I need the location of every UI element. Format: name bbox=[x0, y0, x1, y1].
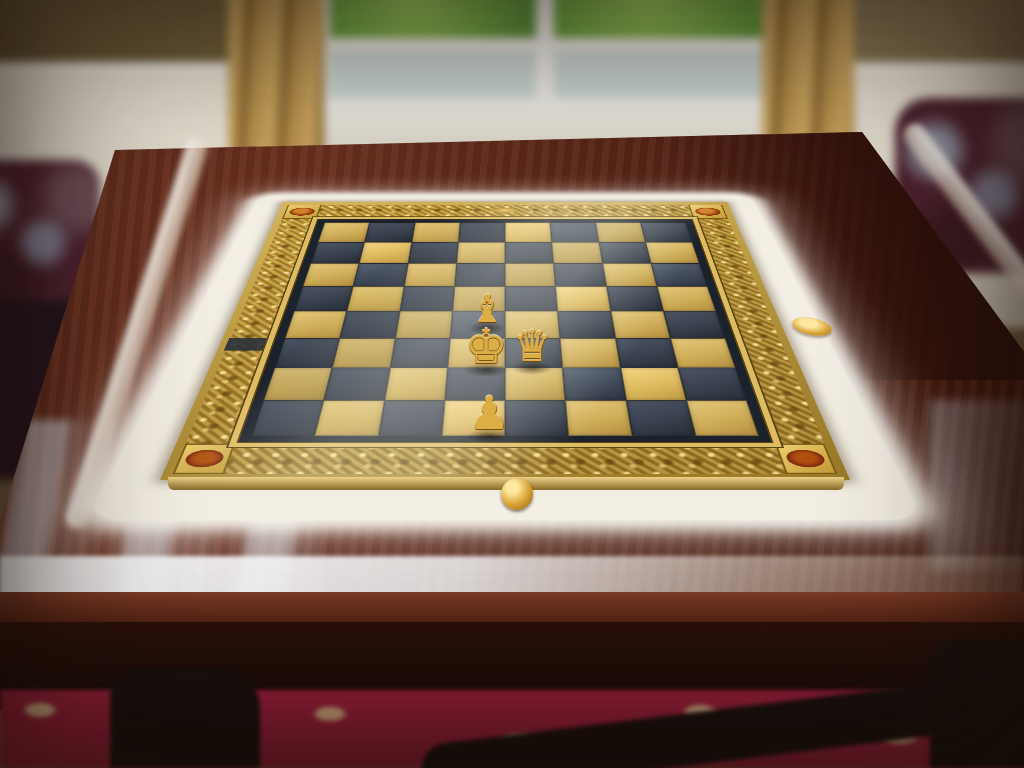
square-b6[interactable] bbox=[353, 263, 408, 286]
piece-queen-e5[interactable]: ♛ bbox=[513, 325, 552, 368]
square-a1[interactable] bbox=[251, 400, 324, 436]
square-a7[interactable] bbox=[311, 242, 365, 263]
square-g6[interactable] bbox=[602, 263, 657, 286]
square-c4[interactable] bbox=[395, 311, 452, 338]
square-f6[interactable] bbox=[554, 263, 607, 286]
piece-pawn-d3[interactable]: ♟ bbox=[468, 390, 509, 436]
window-pane bbox=[330, 50, 542, 98]
square-a4[interactable] bbox=[285, 311, 347, 338]
table-leg bbox=[110, 668, 260, 768]
square-h3[interactable] bbox=[670, 338, 735, 368]
square-g2[interactable] bbox=[620, 368, 686, 400]
square-d6[interactable] bbox=[454, 263, 505, 286]
square-c7[interactable] bbox=[408, 242, 458, 263]
square-h4[interactable] bbox=[663, 311, 725, 338]
square-g4[interactable] bbox=[610, 311, 670, 338]
square-g7[interactable] bbox=[599, 242, 651, 263]
corner-medallion-bottom-left bbox=[173, 444, 236, 474]
square-c1[interactable] bbox=[378, 400, 445, 436]
square-h2[interactable] bbox=[678, 368, 747, 400]
square-b5[interactable] bbox=[347, 286, 404, 311]
square-c3[interactable] bbox=[390, 338, 450, 368]
window-pane-foliage bbox=[330, 0, 542, 38]
square-a2[interactable] bbox=[263, 368, 332, 400]
medallion-crest bbox=[182, 450, 226, 467]
square-h5[interactable] bbox=[657, 286, 716, 311]
square-f2[interactable] bbox=[563, 368, 626, 400]
square-a3[interactable] bbox=[275, 338, 340, 368]
square-e1[interactable] bbox=[505, 400, 568, 436]
top-border-glint bbox=[490, 208, 519, 213]
square-b3[interactable] bbox=[332, 338, 395, 368]
square-b2[interactable] bbox=[324, 368, 390, 400]
square-f5[interactable] bbox=[556, 286, 611, 311]
square-f3[interactable] bbox=[560, 338, 620, 368]
square-e7[interactable] bbox=[505, 242, 554, 263]
square-c5[interactable] bbox=[400, 286, 455, 311]
square-h8[interactable] bbox=[640, 222, 692, 242]
square-g3[interactable] bbox=[615, 338, 678, 368]
square-h1[interactable] bbox=[686, 400, 759, 436]
medallion-crest bbox=[694, 208, 722, 216]
window-muntin bbox=[330, 38, 790, 50]
square-e5[interactable] bbox=[505, 286, 558, 311]
square-b8[interactable] bbox=[365, 222, 415, 242]
room-scene: ♝♚♛♟ bbox=[0, 0, 1024, 768]
medallion-crest bbox=[288, 208, 316, 216]
square-g1[interactable] bbox=[626, 400, 696, 436]
square-b7[interactable] bbox=[359, 242, 411, 263]
square-c6[interactable] bbox=[404, 263, 457, 286]
window-pane-foliage bbox=[554, 0, 790, 38]
square-f7[interactable] bbox=[552, 242, 602, 263]
window-reflection-right bbox=[930, 400, 1024, 570]
medallion-crest bbox=[784, 450, 828, 467]
square-d8[interactable] bbox=[458, 222, 505, 242]
square-g8[interactable] bbox=[595, 222, 645, 242]
square-c2[interactable] bbox=[384, 368, 447, 400]
window-pane bbox=[554, 50, 790, 98]
corner-medallion-bottom-right bbox=[775, 444, 838, 474]
square-f4[interactable] bbox=[558, 311, 615, 338]
square-a6[interactable] bbox=[303, 263, 359, 286]
square-f8[interactable] bbox=[550, 222, 598, 242]
table-leg bbox=[930, 640, 1024, 768]
piece-king-d5[interactable]: ♚ bbox=[464, 322, 507, 370]
square-g5[interactable] bbox=[606, 286, 663, 311]
square-e6[interactable] bbox=[505, 263, 556, 286]
square-h7[interactable] bbox=[645, 242, 699, 263]
square-a8[interactable] bbox=[318, 222, 370, 242]
window bbox=[316, 0, 804, 148]
square-b4[interactable] bbox=[340, 311, 400, 338]
front-border-finial[interactable] bbox=[501, 478, 533, 510]
square-c8[interactable] bbox=[411, 222, 459, 242]
square-b1[interactable] bbox=[315, 400, 385, 436]
square-h6[interactable] bbox=[651, 263, 707, 286]
square-a5[interactable] bbox=[294, 286, 353, 311]
square-d7[interactable] bbox=[456, 242, 505, 263]
square-e8[interactable] bbox=[505, 222, 552, 242]
square-f1[interactable] bbox=[565, 400, 632, 436]
table-front-edge bbox=[0, 592, 1024, 626]
